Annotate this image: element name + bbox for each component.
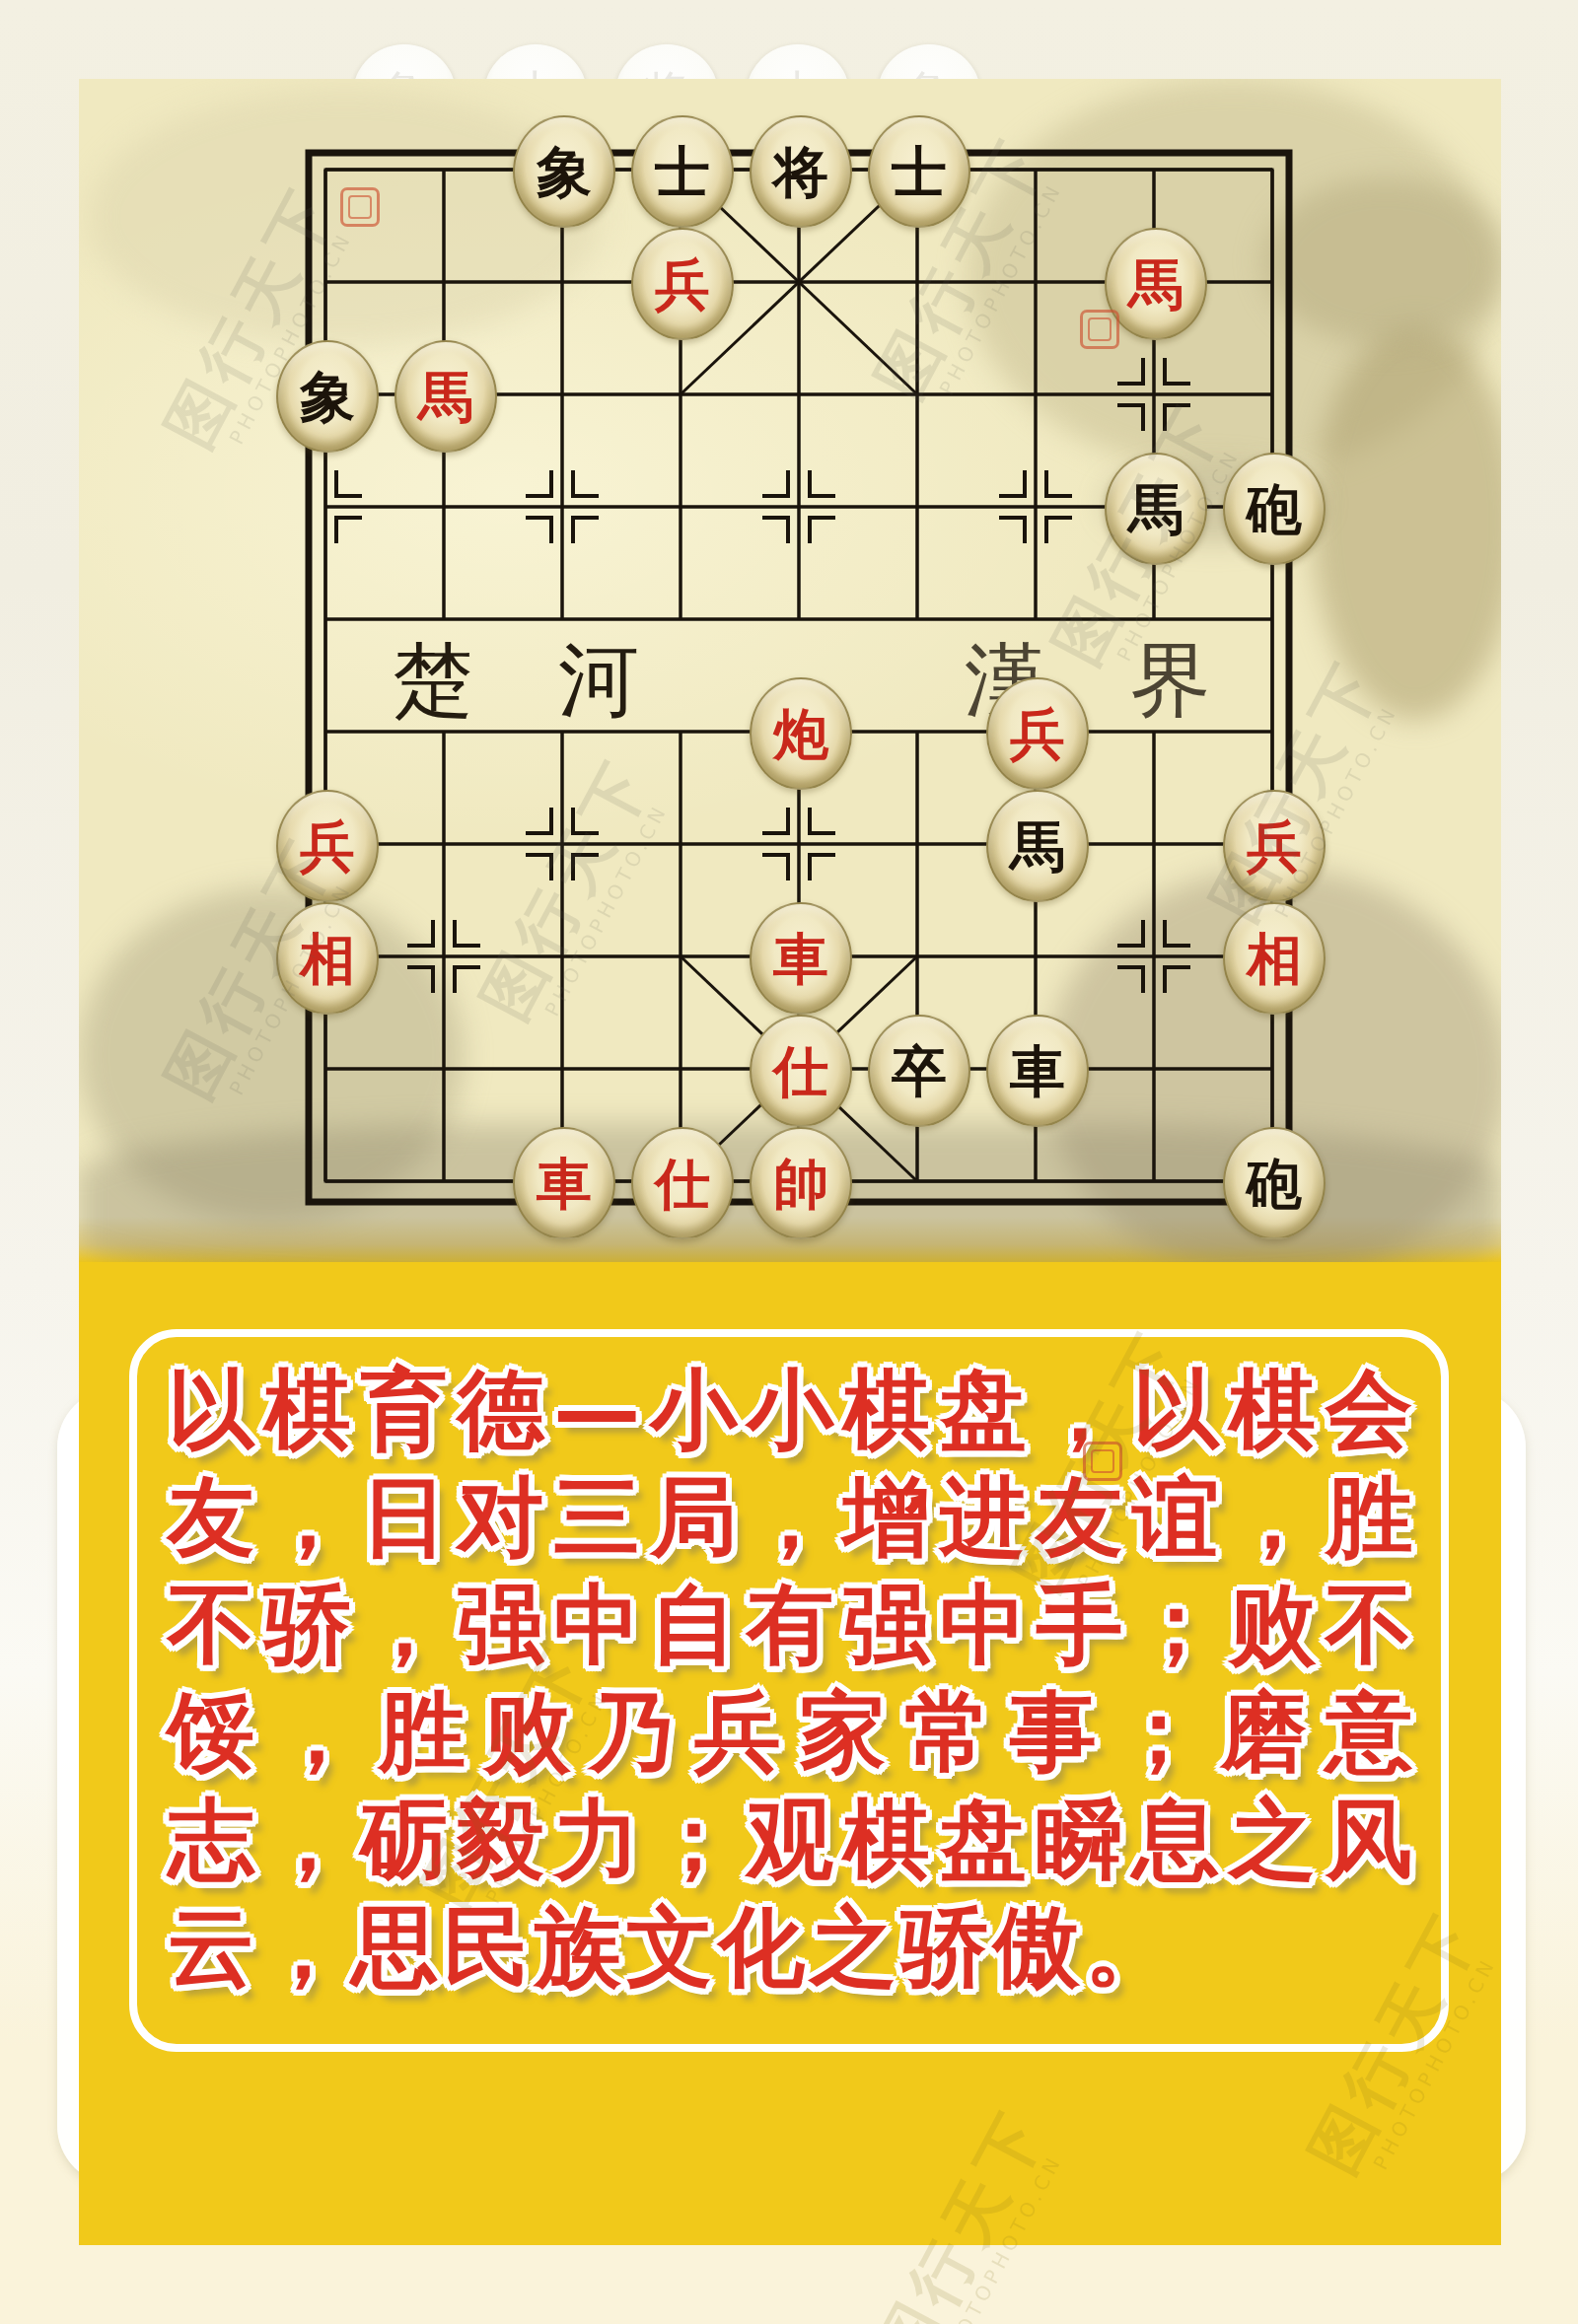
slogan-char: 胜 [1326, 1468, 1412, 1567]
slogan-char: 力 [553, 1791, 640, 1889]
slogan-char: 文 [626, 1898, 718, 1997]
piece-black-象: 象 [513, 115, 615, 228]
slogan-char: 砺 [361, 1791, 448, 1889]
slogan-char: 化 [718, 1898, 810, 1997]
slogan-char: 自 [650, 1576, 737, 1674]
slogan-char: ， [1229, 1468, 1316, 1567]
slogan-line-3: 不骄，强中自有强中手；败不 [168, 1576, 1412, 1674]
slogan-char: 云 [168, 1898, 259, 1997]
slogan-char: 局 [650, 1468, 737, 1567]
piece-black-象: 象 [276, 340, 379, 453]
slogan-char: 棋 [1229, 1361, 1316, 1459]
slogan-char: ， [259, 1898, 351, 1997]
slogan-char: 思 [351, 1898, 443, 1997]
piece-red-馬: 馬 [1105, 228, 1207, 340]
piece-red-兵: 兵 [986, 677, 1089, 790]
slogan-char: 常 [904, 1683, 991, 1782]
slogan-char: 骄 [264, 1576, 351, 1674]
slogan-char: 强 [457, 1576, 543, 1674]
slogan-char: 族 [535, 1898, 626, 1997]
slogan-char: ， [264, 1468, 351, 1567]
slogan-char: 小 [650, 1361, 737, 1459]
slogan-char: ； [1132, 1576, 1219, 1674]
slogan-char: ， [273, 1683, 360, 1782]
slogan-char: 兵 [694, 1683, 781, 1782]
piece-black-車: 車 [986, 1015, 1089, 1127]
piece-red-車: 車 [750, 902, 852, 1015]
slogan-char: 乃 [589, 1683, 676, 1782]
slogan-char: 友 [168, 1468, 254, 1567]
slogan-char: ， [264, 1791, 351, 1889]
slogan-char: 棋 [843, 1361, 930, 1459]
slogan-char: 败 [483, 1683, 570, 1782]
slogan-char: 瞬 [1036, 1791, 1122, 1889]
watermark-seal-icon [340, 187, 380, 227]
slogan-line-6: 云，思民族文化之骄傲。 [168, 1898, 1412, 1997]
slogan-char: ； [1114, 1683, 1201, 1782]
slogan-char: 傲 [993, 1898, 1085, 1997]
slogan-char: 增 [843, 1468, 930, 1567]
slogan-char: 风 [1326, 1791, 1412, 1889]
slogan-char: 中 [940, 1576, 1027, 1674]
slogan-char: 三 [553, 1468, 640, 1567]
slogan-char: 之 [810, 1898, 901, 1997]
piece-red-兵: 兵 [276, 790, 379, 902]
slogan-char: 日 [361, 1468, 448, 1567]
slogan-char: 事 [1010, 1683, 1097, 1782]
poster: 象士将士象 楚 河 漢 界 象士将士兵馬象馬馬砲炮兵兵馬兵相車相仕卒車車仕帥砲 … [0, 0, 1578, 2324]
slogan-char: 以 [1132, 1361, 1219, 1459]
slogan-char: ， [747, 1468, 833, 1567]
slogan-line-4: 馁，胜败乃兵家常事；磨意 [168, 1683, 1412, 1782]
slogan-char: ， [361, 1576, 448, 1674]
slogan-char: 毅 [457, 1791, 543, 1889]
slogan-char: 败 [1229, 1576, 1316, 1674]
slogan-char: 观 [747, 1791, 833, 1889]
slogan-char: 育 [361, 1361, 448, 1459]
piece-black-砲: 砲 [1223, 1127, 1326, 1239]
slogan-char: 进 [940, 1468, 1027, 1567]
piece-red-相: 相 [276, 902, 379, 1015]
slogan-line-1: 以棋育德—小小棋盘，以棋会 [168, 1361, 1412, 1459]
slogan-char: 家 [799, 1683, 886, 1782]
piece-black-士: 士 [868, 115, 970, 228]
slogan-char: 不 [1326, 1576, 1412, 1674]
slogan-char: 志 [168, 1791, 254, 1889]
slogan-char: 德 [457, 1361, 543, 1459]
piece-black-士: 士 [631, 115, 734, 228]
piece-red-馬: 馬 [394, 340, 497, 453]
slogan-line-5: 志，砺毅力；观棋盘瞬息之风 [168, 1791, 1412, 1889]
piece-red-相: 相 [1223, 902, 1326, 1015]
slogan-char: 会 [1326, 1361, 1412, 1459]
river-label-chu-he: 楚 河 [393, 629, 669, 732]
slogan-char: 不 [168, 1576, 254, 1674]
slogan-char: 友 [1036, 1468, 1122, 1567]
slogan-char: 骄 [901, 1898, 993, 1997]
watermark-seal-icon [1080, 310, 1119, 349]
slogan-char: 。 [1085, 1898, 1177, 1997]
slogan-line-2: 友，日对三局，增进友谊，胜 [168, 1468, 1412, 1567]
slogan-char: 有 [747, 1576, 833, 1674]
piece-red-帥: 帥 [750, 1127, 852, 1239]
slogan-char: 意 [1326, 1683, 1412, 1782]
slogan-char: 谊 [1132, 1468, 1219, 1567]
board-scene: 楚 河 漢 界 象士将士兵馬象馬馬砲炮兵兵馬兵相車相仕卒車車仕帥砲 [79, 79, 1501, 1262]
slogan-char: 强 [843, 1576, 930, 1674]
slogan-char: 磨 [1220, 1683, 1307, 1782]
piece-black-砲: 砲 [1223, 453, 1326, 565]
piece-black-卒: 卒 [868, 1015, 970, 1127]
slogan-char: 之 [1229, 1791, 1316, 1889]
piece-black-将: 将 [750, 115, 852, 228]
slogan-char: 对 [457, 1468, 543, 1567]
watermark-seal-icon [1083, 1442, 1122, 1481]
slogan-char: 盘 [940, 1361, 1027, 1459]
slogan-char: 棋 [264, 1361, 351, 1459]
piece-red-仕: 仕 [631, 1127, 734, 1239]
slogan-char: 以 [168, 1361, 254, 1459]
piece-red-仕: 仕 [750, 1015, 852, 1127]
piece-black-馬: 馬 [1105, 453, 1207, 565]
piece-red-兵: 兵 [631, 228, 734, 340]
slogan-char: 民 [443, 1898, 535, 1997]
slogan-char: 盘 [940, 1791, 1027, 1889]
slogan-char: 馁 [168, 1683, 254, 1782]
slogan-char: 小 [747, 1361, 833, 1459]
piece-red-車: 車 [513, 1127, 615, 1239]
slogan-char: 手 [1036, 1576, 1122, 1674]
slogan-char: ； [650, 1791, 737, 1889]
slogan-char: 中 [553, 1576, 640, 1674]
piece-red-炮: 炮 [750, 677, 852, 790]
slogan-char: — [553, 1361, 640, 1459]
piece-black-馬: 馬 [986, 790, 1089, 902]
slogan-char: 胜 [378, 1683, 465, 1782]
piece-red-兵: 兵 [1223, 790, 1326, 902]
slogan-char: 棋 [843, 1791, 930, 1889]
slogan-char: 息 [1132, 1791, 1219, 1889]
